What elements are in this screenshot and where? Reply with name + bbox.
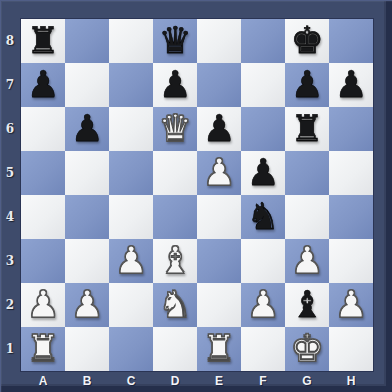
piece-black-rook[interactable]: ♜ [26, 19, 59, 63]
piece-white-pawn[interactable]: ♟ [334, 283, 367, 327]
square-f5[interactable]: ♟ [241, 151, 285, 195]
square-c2[interactable] [109, 283, 153, 327]
square-e8[interactable] [197, 19, 241, 63]
square-h1[interactable] [329, 327, 373, 371]
square-c1[interactable] [109, 327, 153, 371]
square-e6[interactable]: ♟ [197, 107, 241, 151]
rank-label-1: 1 [0, 327, 20, 371]
rank-label-8: 8 [0, 19, 20, 63]
piece-white-pawn[interactable]: ♟ [246, 283, 279, 327]
piece-white-bishop[interactable]: ♝ [158, 239, 191, 283]
piece-black-pawn[interactable]: ♟ [290, 63, 323, 107]
square-f2[interactable]: ♟ [241, 283, 285, 327]
rank-labels: 87654321 [0, 19, 20, 371]
square-f7[interactable] [241, 63, 285, 107]
square-e4[interactable] [197, 195, 241, 239]
piece-black-pawn[interactable]: ♟ [246, 151, 279, 195]
file-label-h: H [329, 373, 373, 389]
square-d7[interactable]: ♟ [153, 63, 197, 107]
square-f3[interactable] [241, 239, 285, 283]
square-b8[interactable] [65, 19, 109, 63]
square-a2[interactable]: ♟ [21, 283, 65, 327]
square-h8[interactable] [329, 19, 373, 63]
square-g2[interactable]: ♝ [285, 283, 329, 327]
piece-black-king[interactable]: ♚ [290, 19, 323, 63]
square-a8[interactable]: ♜ [21, 19, 65, 63]
rank-label-3: 3 [0, 239, 20, 283]
piece-black-pawn[interactable]: ♟ [70, 107, 103, 151]
file-label-a: A [21, 373, 65, 389]
piece-white-pawn[interactable]: ♟ [202, 151, 235, 195]
square-c5[interactable] [109, 151, 153, 195]
square-h2[interactable]: ♟ [329, 283, 373, 327]
square-a1[interactable]: ♜ [21, 327, 65, 371]
file-label-e: E [197, 373, 241, 389]
square-d6[interactable]: ♛ [153, 107, 197, 151]
square-a7[interactable]: ♟ [21, 63, 65, 107]
square-f1[interactable] [241, 327, 285, 371]
rank-label-4: 4 [0, 195, 20, 239]
square-a6[interactable] [21, 107, 65, 151]
square-g3[interactable]: ♟ [285, 239, 329, 283]
square-h4[interactable] [329, 195, 373, 239]
square-f6[interactable] [241, 107, 285, 151]
square-e7[interactable] [197, 63, 241, 107]
square-e2[interactable] [197, 283, 241, 327]
square-b5[interactable] [65, 151, 109, 195]
rank-label-2: 2 [0, 283, 20, 327]
file-label-c: C [109, 373, 153, 389]
square-e3[interactable] [197, 239, 241, 283]
square-g8[interactable]: ♚ [285, 19, 329, 63]
file-label-d: D [153, 373, 197, 389]
square-h5[interactable] [329, 151, 373, 195]
square-d5[interactable] [153, 151, 197, 195]
piece-black-pawn[interactable]: ♟ [334, 63, 367, 107]
piece-black-rook[interactable]: ♜ [290, 107, 323, 151]
file-labels: ABCDEFGH [21, 373, 373, 392]
chess-board-frame: ♜♛♚♟♟♟♟♟♛♟♜♟♟♞♟♝♟♟♟♞♟♝♟♜♜♚ 87654321 ABCD… [0, 0, 392, 392]
square-c7[interactable] [109, 63, 153, 107]
square-b1[interactable] [65, 327, 109, 371]
piece-white-pawn[interactable]: ♟ [26, 283, 59, 327]
piece-white-pawn[interactable]: ♟ [70, 283, 103, 327]
square-c6[interactable] [109, 107, 153, 151]
rank-label-5: 5 [0, 151, 20, 195]
square-d4[interactable] [153, 195, 197, 239]
square-g5[interactable] [285, 151, 329, 195]
square-a5[interactable] [21, 151, 65, 195]
square-c4[interactable] [109, 195, 153, 239]
piece-white-queen[interactable]: ♛ [158, 107, 191, 151]
square-b2[interactable]: ♟ [65, 283, 109, 327]
rank-label-7: 7 [0, 63, 20, 107]
square-g7[interactable]: ♟ [285, 63, 329, 107]
piece-black-pawn[interactable]: ♟ [26, 63, 59, 107]
piece-white-rook[interactable]: ♜ [26, 327, 59, 371]
square-h3[interactable] [329, 239, 373, 283]
rank-label-6: 6 [0, 107, 20, 151]
piece-black-queen[interactable]: ♛ [158, 19, 191, 63]
piece-white-pawn[interactable]: ♟ [290, 239, 323, 283]
file-label-b: B [65, 373, 109, 389]
square-f4[interactable]: ♞ [241, 195, 285, 239]
piece-white-pawn[interactable]: ♟ [114, 239, 147, 283]
square-h6[interactable] [329, 107, 373, 151]
square-e5[interactable]: ♟ [197, 151, 241, 195]
chess-board[interactable]: ♜♛♚♟♟♟♟♟♛♟♜♟♟♞♟♝♟♟♟♞♟♝♟♜♜♚ [20, 18, 374, 372]
square-e1[interactable]: ♜ [197, 327, 241, 371]
piece-black-knight[interactable]: ♞ [246, 195, 279, 239]
square-b3[interactable] [65, 239, 109, 283]
square-f8[interactable] [241, 19, 285, 63]
square-d2[interactable]: ♞ [153, 283, 197, 327]
square-g6[interactable]: ♜ [285, 107, 329, 151]
square-d3[interactable]: ♝ [153, 239, 197, 283]
piece-white-rook[interactable]: ♜ [202, 327, 235, 371]
square-b6[interactable]: ♟ [65, 107, 109, 151]
square-d1[interactable] [153, 327, 197, 371]
file-label-g: G [285, 373, 329, 389]
square-h7[interactable]: ♟ [329, 63, 373, 107]
file-label-f: F [241, 373, 285, 389]
square-b7[interactable] [65, 63, 109, 107]
piece-black-pawn[interactable]: ♟ [158, 63, 191, 107]
piece-black-pawn[interactable]: ♟ [202, 107, 235, 151]
square-a4[interactable] [21, 195, 65, 239]
square-d8[interactable]: ♛ [153, 19, 197, 63]
square-g4[interactable] [285, 195, 329, 239]
square-c8[interactable] [109, 19, 153, 63]
square-b4[interactable] [65, 195, 109, 239]
square-c3[interactable]: ♟ [109, 239, 153, 283]
square-a3[interactable] [21, 239, 65, 283]
piece-white-knight[interactable]: ♞ [158, 283, 191, 327]
piece-white-king[interactable]: ♚ [290, 327, 323, 371]
square-g1[interactable]: ♚ [285, 327, 329, 371]
piece-black-bishop[interactable]: ♝ [290, 283, 323, 327]
